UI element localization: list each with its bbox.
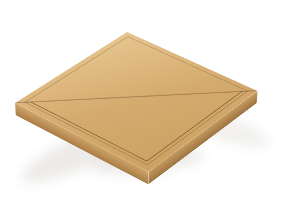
loose-stones-area <box>0 0 300 200</box>
photo-scene <box>0 0 300 200</box>
